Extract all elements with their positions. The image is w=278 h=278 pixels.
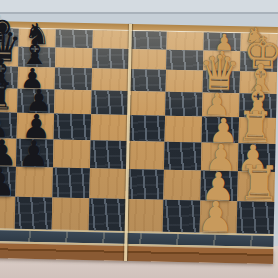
chess-piece-black-pawn: ♟ — [0, 163, 17, 202]
chess-board: ♚♞♟♞♛♝♟♚♝♟♛♝♜♟♟♝♟♟♟♜♟♟♟♟♟♟♜♟ — [0, 21, 278, 264]
chess-set-photo: ♚♞♟♞♛♝♟♚♝♟♛♝♜♟♟♝♟♟♟♜♟♟♟♟♟♟♜♟ — [0, 0, 278, 278]
chess-piece-white-rook: ♜ — [237, 159, 278, 207]
pieces-layer: ♚♞♟♞♛♝♟♚♝♟♛♝♜♟♟♝♟♟♟♜♟♟♟♟♟♟♜♟ — [0, 21, 278, 264]
chess-piece-black-pawn: ♟ — [17, 135, 50, 171]
chess-piece-white-pawn: ♟ — [197, 197, 235, 239]
